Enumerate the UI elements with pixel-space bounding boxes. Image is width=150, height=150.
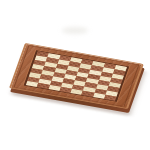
square-h1[interactable]: [104, 95, 117, 101]
chess-board: [9, 43, 144, 109]
photo-artifact: [62, 27, 88, 34]
photo-background: [0, 0, 150, 150]
